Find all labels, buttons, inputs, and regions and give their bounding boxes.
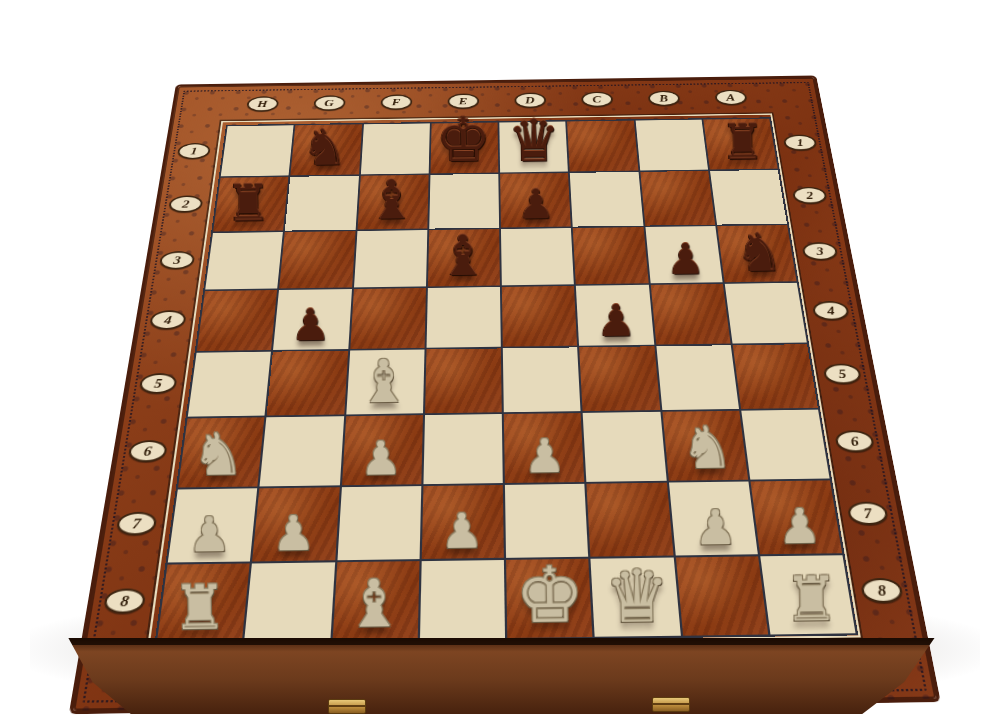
chess-board: HGFEDCBA HGFEDCBA 12345678 12345678 ♞♚♛♜… <box>73 77 937 710</box>
white-pawn-piece: ♟ <box>360 434 402 481</box>
square-e8 <box>420 559 505 639</box>
square-a5 <box>733 344 818 409</box>
square-f6: ♟ <box>342 415 423 484</box>
perspective-scene: HGFEDCBA HGFEDCBA 12345678 12345678 ♞♚♛♜… <box>0 0 1000 719</box>
square-h8: ♜ <box>157 563 250 643</box>
white-pawn-piece: ♟ <box>440 506 484 555</box>
square-f5: ♝ <box>346 349 424 414</box>
square-f8: ♝ <box>332 560 419 640</box>
square-c5 <box>579 346 659 411</box>
square-a6 <box>741 409 829 478</box>
square-h5 <box>188 351 271 416</box>
square-b7: ♟ <box>668 481 757 555</box>
square-g5 <box>267 350 348 415</box>
white-pawn-piece: ♟ <box>778 501 822 550</box>
square-e5 <box>425 348 502 413</box>
white-pawn-piece: ♟ <box>187 510 231 559</box>
brass-hinge-icon <box>652 697 690 712</box>
white-pawn-piece: ♟ <box>272 508 316 557</box>
square-e6 <box>423 414 503 483</box>
white-rook-piece: ♜ <box>171 577 227 639</box>
square-b8 <box>675 556 768 636</box>
rank-label-5: 5 <box>822 363 862 384</box>
square-h6: ♞ <box>178 417 264 487</box>
white-bishop-piece: ♝ <box>357 351 411 411</box>
rank-label-8: 8 <box>860 577 905 602</box>
square-c8: ♛ <box>591 557 681 637</box>
white-king-piece: ♚ <box>514 556 584 634</box>
white-rook-piece: ♜ <box>784 568 840 630</box>
white-pawn-piece: ♟ <box>694 503 738 552</box>
rank-label-5: 5 <box>139 372 178 393</box>
rank-label-6: 6 <box>127 439 168 461</box>
white-bishop-piece: ♝ <box>344 570 404 637</box>
white-knight-piece: ♞ <box>681 418 734 477</box>
rank-label-8: 8 <box>103 587 147 613</box>
square-d8: ♚ <box>506 558 593 638</box>
brass-hinge-icon <box>328 699 366 714</box>
square-d5 <box>503 347 581 412</box>
white-pawn-piece: ♟ <box>523 432 565 479</box>
square-g8 <box>244 561 334 641</box>
photo-backdrop: HGFEDCBA HGFEDCBA 12345678 12345678 ♞♚♛♜… <box>0 0 1000 719</box>
square-b5 <box>656 345 739 410</box>
rank-label-6: 6 <box>834 429 875 451</box>
square-a7: ♟ <box>750 479 842 553</box>
square-a8: ♜ <box>760 554 856 633</box>
folding-box-front-edge <box>55 638 947 714</box>
board-tilt-wrapper: HGFEDCBA HGFEDCBA 12345678 12345678 ♞♚♛♜… <box>0 0 1000 719</box>
white-knight-piece: ♞ <box>191 425 244 484</box>
white-queen-piece: ♛ <box>604 559 670 633</box>
